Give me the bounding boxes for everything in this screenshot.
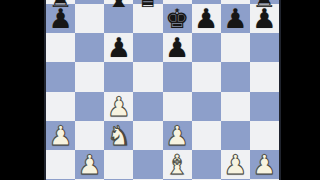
square-g1[interactable] [221,179,250,180]
square-b2[interactable]: ♟ [75,150,104,179]
square-b1[interactable] [75,179,104,180]
square-g6[interactable] [221,33,250,62]
square-d7[interactable] [133,4,162,33]
square-a2[interactable] [46,150,75,179]
square-d3[interactable] [133,121,162,150]
square-c7[interactable] [104,4,133,33]
square-e3[interactable]: ♟ [163,121,192,150]
black-king: ♚ [165,5,189,32]
square-h5[interactable] [250,62,279,91]
square-h4[interactable] [250,92,279,121]
square-h7[interactable]: ♟ [250,4,279,33]
square-g5[interactable] [221,62,250,91]
square-h6[interactable] [250,33,279,62]
square-g7[interactable]: ♟ [221,4,250,33]
square-a5[interactable] [46,62,75,91]
square-e7[interactable]: ♚ [163,4,192,33]
square-f6[interactable] [192,33,221,62]
square-c3[interactable]: ♞ [104,121,133,150]
square-f5[interactable] [192,62,221,91]
black-pawn: ♟ [107,34,131,61]
square-g2[interactable]: ♟ [221,150,250,179]
letterbox-left [0,0,44,180]
square-h1[interactable] [250,179,279,180]
square-d5[interactable] [133,62,162,91]
square-g4[interactable] [221,92,250,121]
square-d1[interactable] [133,179,162,180]
square-c6[interactable]: ♟ [104,33,133,62]
square-b3[interactable] [75,121,104,150]
video-frame: ♜♝♛♜♟♚♟♟♟♟♟♟♟♞♟♟♝♟♟ [0,0,320,180]
square-b7[interactable] [75,4,104,33]
square-b5[interactable] [75,62,104,91]
square-c2[interactable] [104,150,133,179]
white-pawn: ♟ [223,151,247,178]
black-pawn: ♟ [194,5,218,32]
white-pawn: ♟ [165,122,189,149]
square-g3[interactable] [221,121,250,150]
square-e6[interactable]: ♟ [163,33,192,62]
square-a6[interactable] [46,33,75,62]
square-f2[interactable] [192,150,221,179]
letterbox-right [281,0,320,180]
square-e1[interactable] [163,179,192,180]
square-c5[interactable] [104,62,133,91]
white-pawn: ♟ [252,151,276,178]
black-pawn: ♟ [223,5,247,32]
square-e2[interactable]: ♝ [163,150,192,179]
square-c1[interactable] [104,179,133,180]
black-pawn: ♟ [165,34,189,61]
white-pawn: ♟ [78,151,102,178]
square-f3[interactable] [192,121,221,150]
square-e4[interactable] [163,92,192,121]
chess-board[interactable]: ♜♝♛♜♟♚♟♟♟♟♟♟♟♞♟♟♝♟♟ [46,0,279,180]
square-f4[interactable] [192,92,221,121]
black-pawn: ♟ [252,5,276,32]
square-d2[interactable] [133,150,162,179]
square-a4[interactable] [46,92,75,121]
square-a7[interactable]: ♟ [46,4,75,33]
white-pawn: ♟ [107,93,131,120]
white-pawn: ♟ [48,122,72,149]
white-knight: ♞ [107,122,131,149]
square-c4[interactable]: ♟ [104,92,133,121]
square-a3[interactable]: ♟ [46,121,75,150]
square-h3[interactable] [250,121,279,150]
square-d4[interactable] [133,92,162,121]
square-f1[interactable] [192,179,221,180]
square-d6[interactable] [133,33,162,62]
black-pawn: ♟ [48,5,72,32]
square-b6[interactable] [75,33,104,62]
square-f7[interactable]: ♟ [192,4,221,33]
square-a1[interactable] [46,179,75,180]
square-b4[interactable] [75,92,104,121]
square-e5[interactable] [163,62,192,91]
board-viewport: ♜♝♛♜♟♚♟♟♟♟♟♟♟♞♟♟♝♟♟ [44,0,281,180]
white-bishop: ♝ [165,151,189,178]
square-h2[interactable]: ♟ [250,150,279,179]
